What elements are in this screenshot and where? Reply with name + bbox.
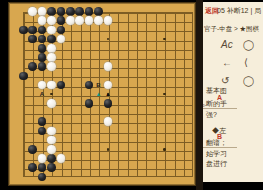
white-stone	[47, 136, 56, 145]
black-stone	[47, 34, 56, 43]
black-stone-glyph	[38, 173, 47, 182]
black-stone-glyph	[47, 35, 56, 44]
white-stone-glyph	[85, 16, 94, 25]
problem-text-line7: 盘进行	[206, 159, 227, 168]
white-stone	[103, 117, 112, 126]
black-stone	[103, 99, 112, 108]
problem-text-line5: 翻谱；	[206, 138, 227, 147]
star-point-dot	[163, 93, 166, 96]
white-stone	[47, 99, 56, 108]
board-label-text: B	[96, 82, 100, 88]
star-point-dot	[163, 38, 166, 41]
black-stone	[37, 126, 46, 135]
black-stone	[56, 16, 65, 25]
star-point	[103, 145, 112, 154]
breadcrumb[interactable]: 官子-中盘 > ★围棋	[204, 25, 259, 33]
board-panel-divider	[196, 0, 203, 190]
app-window: BA▲▲ 返回 05 补断12 | 局 官子-中盘 > ★围棋 Ac ◯ ← ⟨…	[0, 0, 263, 190]
white-stone-glyph	[38, 16, 47, 25]
problem-text-line6: 始学习	[206, 149, 227, 158]
black-stone	[19, 71, 28, 80]
white-stone	[47, 44, 56, 53]
black-stone-glyph	[28, 145, 37, 154]
white-stone-glyph	[104, 117, 113, 126]
black-stone-glyph	[75, 7, 84, 16]
black-stone	[56, 25, 65, 34]
black-stone-glyph	[85, 81, 94, 90]
black-stone-glyph	[38, 44, 47, 53]
black-stone-glyph	[57, 7, 66, 16]
white-stone	[37, 16, 46, 25]
star-point-dot	[107, 148, 110, 151]
white-stone-glyph	[57, 154, 66, 163]
black-stone-glyph	[38, 62, 47, 71]
undo-rotate-icon[interactable]: ↺	[221, 76, 229, 86]
star-point-dot	[163, 148, 166, 151]
white-stone-glyph	[57, 35, 66, 44]
white-stone	[66, 16, 75, 25]
triangle-marker-glyph: ▲	[105, 91, 111, 97]
white-stone	[47, 62, 56, 71]
white-stone-glyph	[47, 16, 56, 25]
black-stone-glyph	[57, 26, 66, 35]
white-stone	[47, 80, 56, 89]
white-stone-glyph	[38, 7, 47, 16]
black-stone-glyph	[47, 163, 56, 172]
white-stone-glyph	[94, 16, 103, 25]
white-stone-glyph	[104, 62, 113, 71]
black-stone	[28, 25, 37, 34]
black-stone-glyph	[85, 99, 94, 108]
black-stone	[56, 7, 65, 16]
black-stone	[37, 44, 46, 53]
black-stone-glyph	[47, 7, 56, 16]
board-stone-layer: BA▲▲	[19, 7, 198, 182]
black-stone	[28, 163, 37, 172]
option-a-underline	[203, 108, 237, 109]
black-stone	[19, 25, 28, 34]
white-stone	[103, 62, 112, 71]
cursor-glyph: ▹	[203, 101, 206, 108]
black-stone	[37, 163, 46, 172]
black-stone-glyph	[47, 154, 56, 163]
black-stone-glyph	[28, 35, 37, 44]
black-stone-glyph	[66, 7, 75, 16]
white-stone-glyph	[104, 16, 113, 25]
white-stone-glyph	[47, 44, 56, 53]
white-stone-glyph	[47, 53, 56, 62]
white-stone-glyph	[38, 154, 47, 163]
white-stone-glyph	[104, 81, 113, 90]
circle-icon[interactable]: ◯	[243, 76, 254, 86]
white-stone-glyph	[47, 127, 56, 136]
black-stone	[28, 145, 37, 154]
white-stone	[84, 16, 93, 25]
white-stone	[47, 145, 56, 154]
black-stone	[37, 53, 46, 62]
white-stone	[103, 16, 112, 25]
board-label-a[interactable]: A	[37, 90, 46, 99]
board-label-text: A	[40, 91, 44, 97]
star-point-dot	[50, 93, 53, 96]
go-board[interactable]: BA▲▲	[8, 2, 196, 186]
white-stone	[37, 80, 46, 89]
black-stone-glyph	[38, 35, 47, 44]
black-stone	[37, 34, 46, 43]
black-stone	[47, 163, 56, 172]
white-stone-glyph	[38, 81, 47, 90]
white-stone	[56, 34, 65, 43]
triangle-marker[interactable]: ▲	[94, 90, 103, 99]
settings-circle-icon[interactable]: ◯	[243, 40, 254, 50]
white-stone	[28, 7, 37, 16]
white-stone-glyph	[47, 145, 56, 154]
black-stone-glyph	[104, 99, 113, 108]
problem-text-line3: 强?	[206, 110, 217, 119]
triangle-marker[interactable]: ▲	[103, 90, 112, 99]
black-stone	[66, 7, 75, 16]
white-stone	[37, 7, 46, 16]
white-stone	[37, 154, 46, 163]
black-stone-glyph	[28, 163, 37, 172]
back-arrow-icon[interactable]: ←	[222, 58, 232, 68]
white-stone-glyph	[47, 136, 56, 145]
star-point	[47, 90, 56, 99]
problem-text-line2: 断的手	[206, 99, 227, 108]
black-stone	[47, 154, 56, 163]
option-b-underline	[203, 147, 237, 148]
black-stone	[47, 7, 56, 16]
black-stone	[37, 172, 46, 181]
font-size-icon[interactable]: Ac	[221, 40, 233, 50]
black-stone	[84, 99, 93, 108]
white-stone	[47, 126, 56, 135]
white-stone-glyph	[47, 26, 56, 35]
white-stone-glyph	[66, 16, 75, 25]
black-stone	[56, 80, 65, 89]
black-stone-glyph	[28, 26, 37, 35]
bracket-icon[interactable]: ⟨	[244, 58, 248, 68]
white-stone	[47, 25, 56, 34]
black-stone-glyph	[57, 16, 66, 25]
black-stone-glyph	[38, 53, 47, 62]
black-stone-glyph	[94, 7, 103, 16]
white-stone-glyph	[75, 16, 84, 25]
star-point	[160, 145, 169, 154]
white-stone-glyph	[47, 81, 56, 90]
black-stone	[84, 7, 93, 16]
black-stone-glyph	[19, 26, 28, 35]
black-stone-glyph	[38, 26, 47, 35]
white-stone	[75, 16, 84, 25]
black-stone	[37, 25, 46, 34]
white-stone	[94, 16, 103, 25]
white-stone	[56, 154, 65, 163]
black-stone-glyph	[38, 127, 47, 136]
black-stone-glyph	[85, 7, 94, 16]
black-stone	[28, 34, 37, 43]
black-stone	[37, 117, 46, 126]
problem-title: 05 补断12 | 局	[217, 6, 261, 15]
star-point	[103, 34, 112, 43]
black-stone	[37, 62, 46, 71]
white-stone	[103, 80, 112, 89]
star-point	[160, 34, 169, 43]
white-stone-glyph	[28, 7, 37, 16]
black-stone-glyph	[57, 81, 66, 90]
black-stone	[84, 80, 93, 89]
black-stone-glyph	[38, 117, 47, 126]
white-stone-glyph	[47, 99, 56, 108]
black-stone	[75, 7, 84, 16]
triangle-marker-glyph: ▲	[95, 91, 101, 97]
white-stone	[47, 16, 56, 25]
white-stone-glyph	[47, 62, 56, 71]
black-stone-glyph	[38, 163, 47, 172]
side-panel: 返回 05 补断12 | 局 官子-中盘 > ★围棋 Ac ◯ ← ⟨ ↺ ◯ …	[203, 2, 263, 182]
black-stone-glyph	[19, 72, 28, 81]
black-stone	[28, 62, 37, 71]
black-stone-glyph	[28, 62, 37, 71]
white-stone	[47, 53, 56, 62]
star-point-dot	[107, 38, 110, 41]
board-label-b[interactable]: B	[94, 80, 103, 89]
black-stone	[94, 7, 103, 16]
star-point	[160, 90, 169, 99]
